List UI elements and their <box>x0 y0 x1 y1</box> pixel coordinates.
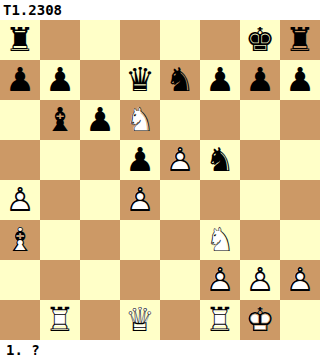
square-d5[interactable]: ♟ <box>120 140 160 180</box>
piece-black-queen: ♛ <box>125 60 155 100</box>
square-h7[interactable]: ♟ <box>280 60 320 100</box>
piece-black-bishop: ♝ <box>45 100 75 140</box>
square-f8[interactable] <box>200 20 240 60</box>
white-piece-outline: ♙ <box>0 180 40 220</box>
piece-white-pawn: ♟♙ <box>160 140 200 180</box>
white-piece-outline: ♔ <box>240 300 280 340</box>
square-c1[interactable] <box>80 300 120 340</box>
white-piece-outline: ♖ <box>40 300 80 340</box>
piece-white-pawn: ♟♙ <box>240 260 280 300</box>
square-e5[interactable]: ♟♙ <box>160 140 200 180</box>
square-b1[interactable]: ♜♖ <box>40 300 80 340</box>
square-b2[interactable] <box>40 260 80 300</box>
piece-white-knight: ♞♘ <box>200 220 240 260</box>
square-g4[interactable] <box>240 180 280 220</box>
square-h4[interactable] <box>280 180 320 220</box>
square-a6[interactable] <box>0 100 40 140</box>
square-d3[interactable] <box>120 220 160 260</box>
piece-black-pawn: ♟ <box>45 60 75 100</box>
square-d7[interactable]: ♛ <box>120 60 160 100</box>
square-h5[interactable] <box>280 140 320 180</box>
square-d4[interactable]: ♟♙ <box>120 180 160 220</box>
square-g5[interactable] <box>240 140 280 180</box>
piece-black-pawn: ♟ <box>125 140 155 180</box>
square-h6[interactable] <box>280 100 320 140</box>
piece-white-rook: ♜♖ <box>40 300 80 340</box>
piece-black-pawn: ♟ <box>285 60 315 100</box>
square-e2[interactable] <box>160 260 200 300</box>
white-piece-outline: ♖ <box>200 300 240 340</box>
square-f1[interactable]: ♜♖ <box>200 300 240 340</box>
square-e4[interactable] <box>160 180 200 220</box>
square-g1[interactable]: ♚♔ <box>240 300 280 340</box>
white-piece-outline: ♙ <box>120 180 160 220</box>
square-d2[interactable] <box>120 260 160 300</box>
piece-white-knight: ♞♘ <box>120 100 160 140</box>
white-piece-outline: ♗ <box>0 220 40 260</box>
square-g2[interactable]: ♟♙ <box>240 260 280 300</box>
square-c4[interactable] <box>80 180 120 220</box>
piece-black-pawn: ♟ <box>85 100 115 140</box>
white-piece-outline: ♙ <box>240 260 280 300</box>
square-a1[interactable] <box>0 300 40 340</box>
square-g3[interactable] <box>240 220 280 260</box>
square-a4[interactable]: ♟♙ <box>0 180 40 220</box>
square-f7[interactable]: ♟ <box>200 60 240 100</box>
white-piece-outline: ♘ <box>120 100 160 140</box>
white-piece-outline: ♙ <box>160 140 200 180</box>
square-a7[interactable]: ♟ <box>0 60 40 100</box>
square-c8[interactable] <box>80 20 120 60</box>
square-b6[interactable]: ♝ <box>40 100 80 140</box>
piece-white-pawn: ♟♙ <box>280 260 320 300</box>
square-b8[interactable] <box>40 20 80 60</box>
square-a2[interactable] <box>0 260 40 300</box>
piece-white-rook: ♜♖ <box>200 300 240 340</box>
puzzle-title: T1.2308 <box>0 0 320 20</box>
square-a5[interactable] <box>0 140 40 180</box>
piece-black-rook: ♜ <box>285 20 315 60</box>
square-d8[interactable] <box>120 20 160 60</box>
piece-black-pawn: ♟ <box>205 60 235 100</box>
piece-white-pawn: ♟♙ <box>200 260 240 300</box>
square-c2[interactable] <box>80 260 120 300</box>
piece-black-knight: ♞ <box>205 140 235 180</box>
square-e6[interactable] <box>160 100 200 140</box>
chess-puzzle-page: T1.2308 ♜♚♜♟♟♛♞♟♟♟♝♟♞♘♟♟♙♞♟♙♟♙♝♗♞♘♟♙♟♙♟♙… <box>0 0 320 360</box>
square-a3[interactable]: ♝♗ <box>0 220 40 260</box>
piece-white-pawn: ♟♙ <box>120 180 160 220</box>
piece-black-pawn: ♟ <box>245 60 275 100</box>
square-b3[interactable] <box>40 220 80 260</box>
piece-white-pawn: ♟♙ <box>0 180 40 220</box>
square-c7[interactable] <box>80 60 120 100</box>
move-prompt: 1. ? <box>0 340 320 360</box>
square-e7[interactable]: ♞ <box>160 60 200 100</box>
piece-black-king: ♚ <box>245 20 275 60</box>
piece-black-rook: ♜ <box>5 20 35 60</box>
white-piece-outline: ♙ <box>200 260 240 300</box>
piece-white-bishop: ♝♗ <box>0 220 40 260</box>
square-b5[interactable] <box>40 140 80 180</box>
white-piece-outline: ♕ <box>120 300 160 340</box>
white-piece-outline: ♙ <box>280 260 320 300</box>
square-h1[interactable] <box>280 300 320 340</box>
square-g6[interactable] <box>240 100 280 140</box>
square-b4[interactable] <box>40 180 80 220</box>
square-g7[interactable]: ♟ <box>240 60 280 100</box>
square-g8[interactable]: ♚ <box>240 20 280 60</box>
square-f4[interactable] <box>200 180 240 220</box>
square-f5[interactable]: ♞ <box>200 140 240 180</box>
square-c5[interactable] <box>80 140 120 180</box>
square-e8[interactable] <box>160 20 200 60</box>
square-h3[interactable] <box>280 220 320 260</box>
square-d6[interactable]: ♞♘ <box>120 100 160 140</box>
chess-board: ♜♚♜♟♟♛♞♟♟♟♝♟♞♘♟♟♙♞♟♙♟♙♝♗♞♘♟♙♟♙♟♙♜♖♛♕♜♖♚♔ <box>0 20 320 340</box>
square-c3[interactable] <box>80 220 120 260</box>
square-h8[interactable]: ♜ <box>280 20 320 60</box>
piece-white-king: ♚♔ <box>240 300 280 340</box>
square-a8[interactable]: ♜ <box>0 20 40 60</box>
square-e3[interactable] <box>160 220 200 260</box>
square-d1[interactable]: ♛♕ <box>120 300 160 340</box>
square-b7[interactable]: ♟ <box>40 60 80 100</box>
piece-black-knight: ♞ <box>165 60 195 100</box>
square-f3[interactable]: ♞♘ <box>200 220 240 260</box>
white-piece-outline: ♘ <box>200 220 240 260</box>
piece-black-pawn: ♟ <box>5 60 35 100</box>
piece-white-queen: ♛♕ <box>120 300 160 340</box>
square-h2[interactable]: ♟♙ <box>280 260 320 300</box>
square-e1[interactable] <box>160 300 200 340</box>
square-c6[interactable]: ♟ <box>80 100 120 140</box>
square-f2[interactable]: ♟♙ <box>200 260 240 300</box>
square-f6[interactable] <box>200 100 240 140</box>
